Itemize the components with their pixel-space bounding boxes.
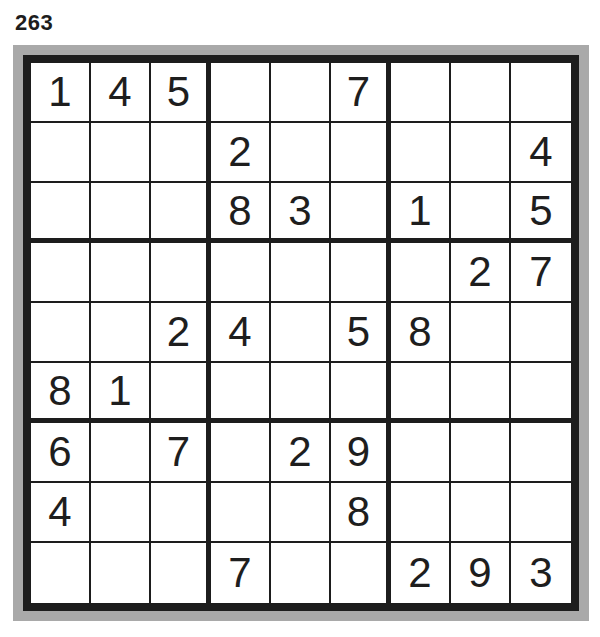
cell-r7c7[interactable] — [391, 423, 451, 483]
cell-r3c3[interactable] — [151, 183, 211, 243]
cell-r4c5[interactable] — [271, 243, 331, 303]
cell-r9c5[interactable] — [271, 543, 331, 603]
cell-r4c4[interactable] — [211, 243, 271, 303]
cell-r9c1[interactable] — [31, 543, 91, 603]
cell-r1c8[interactable] — [451, 63, 511, 123]
cell-r5c9[interactable] — [511, 303, 571, 363]
cell-r7c6[interactable]: 9 — [331, 423, 391, 483]
cell-r8c3[interactable] — [151, 483, 211, 543]
cell-r5c8[interactable] — [451, 303, 511, 363]
cell-r9c6[interactable] — [331, 543, 391, 603]
cell-r2c4[interactable]: 2 — [211, 123, 271, 183]
cell-r1c5[interactable] — [271, 63, 331, 123]
cell-r1c6[interactable]: 7 — [331, 63, 391, 123]
cell-r5c6[interactable]: 5 — [331, 303, 391, 363]
cell-r1c3[interactable]: 5 — [151, 63, 211, 123]
cell-r7c2[interactable] — [91, 423, 151, 483]
cell-r8c6[interactable]: 8 — [331, 483, 391, 543]
cell-r6c9[interactable] — [511, 363, 571, 423]
cell-r6c4[interactable] — [211, 363, 271, 423]
cell-r9c7[interactable]: 2 — [391, 543, 451, 603]
cell-r8c5[interactable] — [271, 483, 331, 543]
cell-r7c9[interactable] — [511, 423, 571, 483]
cell-r3c6[interactable] — [331, 183, 391, 243]
cell-r3c2[interactable] — [91, 183, 151, 243]
cell-r9c9[interactable]: 3 — [511, 543, 571, 603]
cell-r2c9[interactable]: 4 — [511, 123, 571, 183]
cell-r4c7[interactable] — [391, 243, 451, 303]
cell-r3c7[interactable]: 1 — [391, 183, 451, 243]
cell-r9c4[interactable]: 7 — [211, 543, 271, 603]
cell-r3c5[interactable]: 3 — [271, 183, 331, 243]
cell-r2c2[interactable] — [91, 123, 151, 183]
cell-r6c1[interactable]: 8 — [31, 363, 91, 423]
cell-r8c7[interactable] — [391, 483, 451, 543]
cell-r1c1[interactable]: 1 — [31, 63, 91, 123]
cell-r1c4[interactable] — [211, 63, 271, 123]
cell-r5c4[interactable]: 4 — [211, 303, 271, 363]
cell-r2c5[interactable] — [271, 123, 331, 183]
cell-r4c2[interactable] — [91, 243, 151, 303]
cell-r9c8[interactable]: 9 — [451, 543, 511, 603]
cell-r7c4[interactable] — [211, 423, 271, 483]
cell-r2c1[interactable] — [31, 123, 91, 183]
cell-r6c2[interactable]: 1 — [91, 363, 151, 423]
cell-r5c7[interactable]: 8 — [391, 303, 451, 363]
cell-r5c5[interactable] — [271, 303, 331, 363]
cell-r8c8[interactable] — [451, 483, 511, 543]
cell-r4c8[interactable]: 2 — [451, 243, 511, 303]
cell-r6c7[interactable] — [391, 363, 451, 423]
puzzle-number: 263 — [15, 10, 53, 36]
cell-r2c8[interactable] — [451, 123, 511, 183]
cell-r7c3[interactable]: 7 — [151, 423, 211, 483]
cell-r6c6[interactable] — [331, 363, 391, 423]
cell-r3c1[interactable] — [31, 183, 91, 243]
cell-r2c6[interactable] — [331, 123, 391, 183]
cell-r2c3[interactable] — [151, 123, 211, 183]
cell-r1c7[interactable] — [391, 63, 451, 123]
cell-r3c4[interactable]: 8 — [211, 183, 271, 243]
cell-r3c9[interactable]: 5 — [511, 183, 571, 243]
board-outer-frame: 1457248315272458816729487293 — [13, 45, 589, 621]
cell-r8c4[interactable] — [211, 483, 271, 543]
cell-r8c1[interactable]: 4 — [31, 483, 91, 543]
cell-r8c2[interactable] — [91, 483, 151, 543]
cell-r2c7[interactable] — [391, 123, 451, 183]
cell-r6c5[interactable] — [271, 363, 331, 423]
cell-r4c6[interactable] — [331, 243, 391, 303]
sudoku-grid: 1457248315272458816729487293 — [23, 55, 579, 611]
cell-r8c9[interactable] — [511, 483, 571, 543]
cell-r3c8[interactable] — [451, 183, 511, 243]
cell-r5c2[interactable] — [91, 303, 151, 363]
cell-r4c9[interactable]: 7 — [511, 243, 571, 303]
page: 263 1457248315272458816729487293 — [0, 0, 600, 637]
cell-r4c3[interactable] — [151, 243, 211, 303]
cell-r7c1[interactable]: 6 — [31, 423, 91, 483]
cell-r9c2[interactable] — [91, 543, 151, 603]
cell-r5c3[interactable]: 2 — [151, 303, 211, 363]
cell-r1c9[interactable] — [511, 63, 571, 123]
cell-r1c2[interactable]: 4 — [91, 63, 151, 123]
cell-r7c8[interactable] — [451, 423, 511, 483]
cell-r6c8[interactable] — [451, 363, 511, 423]
cell-r6c3[interactable] — [151, 363, 211, 423]
cell-r4c1[interactable] — [31, 243, 91, 303]
cell-r7c5[interactable]: 2 — [271, 423, 331, 483]
cell-r9c3[interactable] — [151, 543, 211, 603]
cell-r5c1[interactable] — [31, 303, 91, 363]
